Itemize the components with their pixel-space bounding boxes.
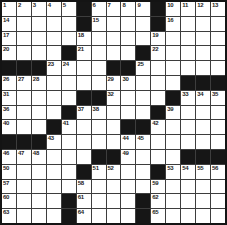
cell-r13c9[interactable] <box>121 180 135 194</box>
clue-number: 23 <box>48 61 54 68</box>
clue-number: 47 <box>18 150 24 157</box>
cell-r14c11[interactable]: 62 <box>151 194 165 208</box>
cell-r8c1[interactable]: 36 <box>2 106 16 120</box>
cell-r5c10[interactable]: 25 <box>136 61 150 75</box>
cell-r6c2[interactable]: 27 <box>17 76 31 90</box>
cell-r8c8[interactable] <box>107 106 121 120</box>
cell-r11c1[interactable]: 46 <box>2 150 16 164</box>
cell-r15c8[interactable] <box>107 209 121 223</box>
clue-number: 35 <box>212 91 218 98</box>
clue-number: 19 <box>152 32 158 39</box>
cell-r8c10[interactable] <box>136 106 150 120</box>
black-cell-r14c10 <box>136 194 150 208</box>
cell-r1c12[interactable]: 10 <box>166 2 180 16</box>
cell-r5c13[interactable] <box>181 61 195 75</box>
cell-r2c8[interactable] <box>107 17 121 31</box>
cell-r12c3[interactable] <box>32 165 46 179</box>
clue-number: 64 <box>78 209 84 216</box>
cell-r7c13[interactable]: 33 <box>181 91 195 105</box>
cell-r7c15[interactable]: 35 <box>211 91 225 105</box>
black-cell-r7c6 <box>77 91 91 105</box>
cell-r13c6[interactable]: 58 <box>77 180 91 194</box>
cell-r5c4[interactable]: 23 <box>47 61 61 75</box>
clue-number: 14 <box>3 17 9 24</box>
clue-number: 16 <box>167 17 173 24</box>
black-cell-r15c10 <box>136 209 150 223</box>
cell-r13c8[interactable] <box>107 180 121 194</box>
cell-r6c3[interactable]: 28 <box>32 76 46 90</box>
cell-r15c4[interactable] <box>47 209 61 223</box>
cell-r12c8[interactable]: 52 <box>107 165 121 179</box>
crossword-grid: 1234567891011121314151617181920212223242… <box>0 0 227 225</box>
clue-number: 11 <box>182 2 188 9</box>
cell-r4c15[interactable] <box>211 46 225 60</box>
cell-r7c9[interactable] <box>121 91 135 105</box>
black-cell-r15c5 <box>62 209 76 223</box>
cell-r15c7[interactable] <box>92 209 106 223</box>
cell-r4c4[interactable] <box>47 46 61 60</box>
cell-r11c3[interactable]: 48 <box>32 150 46 164</box>
cell-r13c7[interactable] <box>92 180 106 194</box>
black-cell-r5c8 <box>107 61 121 75</box>
cell-r7c3[interactable] <box>32 91 46 105</box>
cell-r2c1[interactable]: 14 <box>2 17 16 31</box>
cell-r1c1[interactable]: 1 <box>2 2 16 16</box>
cell-r5c11[interactable] <box>151 61 165 75</box>
cell-r2c7[interactable]: 15 <box>92 17 106 31</box>
cell-r12c7[interactable]: 51 <box>92 165 106 179</box>
cell-r11c6[interactable] <box>77 150 91 164</box>
cell-r10c5[interactable] <box>62 135 76 149</box>
cell-r8c13[interactable] <box>181 106 195 120</box>
cell-r4c2[interactable] <box>17 46 31 60</box>
black-cell-r6c15 <box>211 76 225 90</box>
clue-number: 2 <box>18 2 21 9</box>
cell-r12c5[interactable] <box>62 165 76 179</box>
clue-number: 18 <box>78 32 84 39</box>
cell-r14c9[interactable] <box>121 194 135 208</box>
black-cell-r10c2 <box>17 135 31 149</box>
cell-r13c4[interactable] <box>47 180 61 194</box>
clue-number: 22 <box>152 46 158 53</box>
clue-number: 63 <box>3 209 9 216</box>
cell-r15c15[interactable] <box>211 209 225 223</box>
cell-r11c5[interactable] <box>62 150 76 164</box>
cell-r13c10[interactable] <box>136 180 150 194</box>
clue-number: 58 <box>78 180 84 187</box>
cell-r2c4[interactable] <box>47 17 61 31</box>
cell-r11c10[interactable] <box>136 150 150 164</box>
cell-r9c5[interactable]: 41 <box>62 120 76 134</box>
clue-number: 15 <box>93 17 99 24</box>
cell-r8c12[interactable]: 39 <box>166 106 180 120</box>
cell-r15c1[interactable]: 63 <box>2 209 16 223</box>
cell-r9c3[interactable] <box>32 120 46 134</box>
clue-number: 6 <box>93 2 96 9</box>
cell-r6c6[interactable] <box>77 76 91 90</box>
cell-r7c14[interactable]: 34 <box>196 91 210 105</box>
cell-r14c1[interactable]: 60 <box>2 194 16 208</box>
cell-r12c2[interactable] <box>17 165 31 179</box>
cell-r15c2[interactable] <box>17 209 31 223</box>
black-cell-r2c6 <box>77 17 91 31</box>
cell-r4c12[interactable] <box>166 46 180 60</box>
cell-r11c2[interactable]: 47 <box>17 150 31 164</box>
clue-number: 65 <box>152 209 158 216</box>
clue-number: 39 <box>167 106 173 113</box>
black-cell-r4c5 <box>62 46 76 60</box>
clue-number: 60 <box>3 194 9 201</box>
clue-number: 43 <box>48 135 54 142</box>
cell-r14c14[interactable] <box>196 194 210 208</box>
clue-number: 1 <box>3 2 6 9</box>
black-cell-r1c11 <box>151 2 165 16</box>
cell-r10c7[interactable] <box>92 135 106 149</box>
cell-r6c11[interactable] <box>151 76 165 90</box>
cell-r8c2[interactable] <box>17 106 31 120</box>
cell-r1c14[interactable]: 12 <box>196 2 210 16</box>
clue-number: 33 <box>182 91 188 98</box>
cell-r1c5[interactable]: 5 <box>62 2 76 16</box>
clue-number: 40 <box>3 120 9 127</box>
cell-r2c2[interactable] <box>17 17 31 31</box>
cell-r1c7[interactable]: 6 <box>92 2 106 16</box>
cell-r10c14[interactable] <box>196 135 210 149</box>
cell-r6c12[interactable] <box>166 76 180 90</box>
clue-number: 30 <box>122 76 128 83</box>
black-cell-r5c3 <box>32 61 46 75</box>
cell-r9c14[interactable] <box>196 120 210 134</box>
cell-r1c9[interactable]: 8 <box>121 2 135 16</box>
clue-number: 28 <box>33 76 39 83</box>
clue-number: 24 <box>63 61 69 68</box>
clue-number: 54 <box>182 165 188 172</box>
cell-r6c4[interactable] <box>47 76 61 90</box>
clue-number: 26 <box>3 76 9 83</box>
cell-r6c1[interactable]: 26 <box>2 76 16 90</box>
black-cell-r5c1 <box>2 61 16 75</box>
cell-r1c15[interactable]: 13 <box>211 2 225 16</box>
cell-r14c7[interactable] <box>92 194 106 208</box>
cell-r7c5[interactable] <box>62 91 76 105</box>
cell-r3c14[interactable] <box>196 32 210 46</box>
cell-r4c11[interactable]: 22 <box>151 46 165 60</box>
cell-r12c12[interactable]: 53 <box>166 165 180 179</box>
cell-r3c6[interactable]: 18 <box>77 32 91 46</box>
cell-r3c1[interactable]: 17 <box>2 32 16 46</box>
cell-r2c5[interactable] <box>62 17 76 31</box>
cell-r3c4[interactable] <box>47 32 61 46</box>
cell-r1c10[interactable]: 9 <box>136 2 150 16</box>
cell-r13c15[interactable] <box>211 180 225 194</box>
clue-number: 36 <box>3 106 9 113</box>
cell-r3c2[interactable] <box>17 32 31 46</box>
cell-r11c11[interactable] <box>151 150 165 164</box>
cell-r10c8[interactable] <box>107 135 121 149</box>
cell-r5c6[interactable] <box>77 61 91 75</box>
cell-r13c14[interactable] <box>196 180 210 194</box>
cell-r8c14[interactable] <box>196 106 210 120</box>
cell-r8c6[interactable]: 37 <box>77 106 91 120</box>
cell-r9c15[interactable] <box>211 120 225 134</box>
cell-r8c9[interactable] <box>121 106 135 120</box>
clue-number: 21 <box>78 46 84 53</box>
cell-r10c12[interactable] <box>166 135 180 149</box>
clue-number: 59 <box>152 180 158 187</box>
black-cell-r2c11 <box>151 17 165 31</box>
cell-r12c15[interactable]: 56 <box>211 165 225 179</box>
cell-r15c9[interactable] <box>121 209 135 223</box>
cell-r3c5[interactable] <box>62 32 76 46</box>
cell-r11c4[interactable] <box>47 150 61 164</box>
clue-number: 5 <box>63 2 66 9</box>
cell-r1c8[interactable]: 7 <box>107 2 121 16</box>
clue-number: 53 <box>167 165 173 172</box>
cell-r13c2[interactable] <box>17 180 31 194</box>
clue-number: 34 <box>197 91 203 98</box>
cell-r14c8[interactable] <box>107 194 121 208</box>
cell-r15c14[interactable] <box>196 209 210 223</box>
clue-number: 62 <box>152 194 158 201</box>
black-cell-r1c6 <box>77 2 91 16</box>
clue-number: 27 <box>18 76 24 83</box>
clue-number: 7 <box>108 2 111 9</box>
clue-number: 25 <box>137 61 143 68</box>
cell-r3c15[interactable] <box>211 32 225 46</box>
cell-r6c8[interactable]: 29 <box>107 76 121 90</box>
cell-r9c12[interactable] <box>166 120 180 134</box>
clue-number: 12 <box>197 2 203 9</box>
black-cell-r12c6 <box>77 165 91 179</box>
cell-r1c13[interactable]: 11 <box>181 2 195 16</box>
cell-r13c3[interactable] <box>32 180 46 194</box>
cell-r7c1[interactable]: 31 <box>2 91 16 105</box>
cell-r13c5[interactable] <box>62 180 76 194</box>
clue-number: 37 <box>78 106 84 113</box>
cell-r4c13[interactable] <box>181 46 195 60</box>
cell-r14c13[interactable] <box>181 194 195 208</box>
cell-r2c12[interactable]: 16 <box>166 17 180 31</box>
cell-r2c10[interactable] <box>136 17 150 31</box>
cell-r15c6[interactable]: 64 <box>77 209 91 223</box>
cell-r14c3[interactable] <box>32 194 46 208</box>
cell-r8c15[interactable] <box>211 106 225 120</box>
cell-r3c13[interactable] <box>181 32 195 46</box>
cell-r12c9[interactable] <box>121 165 135 179</box>
cell-r4c1[interactable]: 20 <box>2 46 16 60</box>
cell-r3c8[interactable] <box>107 32 121 46</box>
cell-r12c10[interactable] <box>136 165 150 179</box>
cell-r3c9[interactable] <box>121 32 135 46</box>
clue-number: 56 <box>212 165 218 172</box>
cell-r10c10[interactable]: 45 <box>136 135 150 149</box>
cell-r13c11[interactable]: 59 <box>151 180 165 194</box>
clue-number: 31 <box>3 91 9 98</box>
clue-number: 29 <box>108 76 114 83</box>
cell-r10c6[interactable] <box>77 135 91 149</box>
clue-number: 8 <box>122 2 125 9</box>
cell-r8c4[interactable] <box>47 106 61 120</box>
clue-number: 55 <box>197 165 203 172</box>
cell-r4c9[interactable] <box>121 46 135 60</box>
cell-r2c13[interactable] <box>181 17 195 31</box>
cell-r2c14[interactable] <box>196 17 210 31</box>
clue-number: 9 <box>137 2 140 9</box>
cell-r10c9[interactable]: 44 <box>121 135 135 149</box>
clue-number: 4 <box>48 2 51 9</box>
black-cell-r11c7 <box>92 150 106 164</box>
cell-r5c12[interactable] <box>166 61 180 75</box>
cell-r8c3[interactable] <box>32 106 46 120</box>
black-cell-r6c13 <box>181 76 195 90</box>
cell-r8c7[interactable]: 38 <box>92 106 106 120</box>
cell-r1c3[interactable]: 3 <box>32 2 46 16</box>
cell-r5c15[interactable] <box>211 61 225 75</box>
cell-r6c10[interactable] <box>136 76 150 90</box>
cell-r15c13[interactable] <box>181 209 195 223</box>
clue-number: 45 <box>137 135 143 142</box>
cell-r12c14[interactable]: 55 <box>196 165 210 179</box>
clue-number: 20 <box>3 46 9 53</box>
black-cell-r9c10 <box>136 120 150 134</box>
black-cell-r11c14 <box>196 150 210 164</box>
clue-number: 42 <box>152 120 158 127</box>
black-cell-r11c13 <box>181 150 195 164</box>
clue-number: 52 <box>108 165 114 172</box>
cell-r9c13[interactable] <box>181 120 195 134</box>
cell-r4c8[interactable] <box>107 46 121 60</box>
clue-number: 13 <box>212 2 218 9</box>
cell-r6c7[interactable] <box>92 76 106 90</box>
cell-r4c6[interactable]: 21 <box>77 46 91 60</box>
cell-r7c10[interactable] <box>136 91 150 105</box>
cell-r2c15[interactable] <box>211 17 225 31</box>
black-cell-r6c14 <box>196 76 210 90</box>
clue-number: 32 <box>108 91 114 98</box>
cell-r11c9[interactable]: 49 <box>121 150 135 164</box>
cell-r7c8[interactable]: 32 <box>107 91 121 105</box>
clue-number: 57 <box>3 180 9 187</box>
cell-r9c2[interactable] <box>17 120 31 134</box>
cell-r10c15[interactable] <box>211 135 225 149</box>
cell-r4c3[interactable] <box>32 46 46 60</box>
clue-number: 50 <box>3 165 9 172</box>
cell-r7c2[interactable] <box>17 91 31 105</box>
cell-r5c5[interactable]: 24 <box>62 61 76 75</box>
cell-r14c6[interactable]: 61 <box>77 194 91 208</box>
cell-r6c9[interactable]: 30 <box>121 76 135 90</box>
cell-r14c12[interactable] <box>166 194 180 208</box>
cell-r9c7[interactable] <box>92 120 106 134</box>
cell-r11c12[interactable] <box>166 150 180 164</box>
cell-r14c4[interactable] <box>47 194 61 208</box>
cell-r15c3[interactable] <box>32 209 46 223</box>
black-cell-r7c12 <box>166 91 180 105</box>
cell-r9c8[interactable] <box>107 120 121 134</box>
cell-r13c13[interactable] <box>181 180 195 194</box>
cell-r10c4[interactable]: 43 <box>47 135 61 149</box>
clue-number: 41 <box>63 120 69 127</box>
cell-r2c3[interactable] <box>32 17 46 31</box>
cell-r15c12[interactable] <box>166 209 180 223</box>
clue-number: 44 <box>122 135 128 142</box>
cell-r10c13[interactable] <box>181 135 195 149</box>
black-cell-r14c5 <box>62 194 76 208</box>
cell-r4c14[interactable] <box>196 46 210 60</box>
black-cell-r8c11 <box>151 106 165 120</box>
cell-r14c2[interactable] <box>17 194 31 208</box>
cell-r3c10[interactable] <box>136 32 150 46</box>
black-cell-r4c10 <box>136 46 150 60</box>
black-cell-r8c5 <box>62 106 76 120</box>
cell-r13c1[interactable]: 57 <box>2 180 16 194</box>
clue-number: 61 <box>78 194 84 201</box>
cell-r15c11[interactable]: 65 <box>151 209 165 223</box>
clue-number: 51 <box>93 165 99 172</box>
clue-number: 49 <box>122 150 128 157</box>
cell-r12c1[interactable]: 50 <box>2 165 16 179</box>
clue-number: 38 <box>93 106 99 113</box>
cell-r3c12[interactable] <box>166 32 180 46</box>
cell-r9c11[interactable]: 42 <box>151 120 165 134</box>
clue-number: 17 <box>3 32 9 39</box>
cell-r7c11[interactable] <box>151 91 165 105</box>
cell-r1c4[interactable]: 4 <box>47 2 61 16</box>
cell-r6c5[interactable] <box>62 76 76 90</box>
black-cell-r7c7 <box>92 91 106 105</box>
cell-r3c11[interactable]: 19 <box>151 32 165 46</box>
black-cell-r9c4 <box>47 120 61 134</box>
cell-r14c15[interactable] <box>211 194 225 208</box>
black-cell-r10c3 <box>32 135 46 149</box>
black-cell-r12c11 <box>151 165 165 179</box>
black-cell-r11c8 <box>107 150 121 164</box>
clue-number: 46 <box>3 150 9 157</box>
cell-r5c14[interactable] <box>196 61 210 75</box>
cell-r5c7[interactable] <box>92 61 106 75</box>
cell-r10c11[interactable] <box>151 135 165 149</box>
cell-r4c7[interactable] <box>92 46 106 60</box>
cell-r2c9[interactable] <box>121 17 135 31</box>
black-cell-r5c2 <box>17 61 31 75</box>
cell-r12c13[interactable]: 54 <box>181 165 195 179</box>
cell-r7c4[interactable] <box>47 91 61 105</box>
black-cell-r5c9 <box>121 61 135 75</box>
cell-r9c1[interactable]: 40 <box>2 120 16 134</box>
black-cell-r9c9 <box>121 120 135 134</box>
cell-r9c6[interactable] <box>77 120 91 134</box>
cell-r1c2[interactable]: 2 <box>17 2 31 16</box>
clue-number: 48 <box>33 150 39 157</box>
clue-number: 10 <box>167 2 173 9</box>
cell-r13c12[interactable] <box>166 180 180 194</box>
cell-r3c7[interactable] <box>92 32 106 46</box>
cell-r3c3[interactable] <box>32 32 46 46</box>
black-cell-r11c15 <box>211 150 225 164</box>
cell-r12c4[interactable] <box>47 165 61 179</box>
black-cell-r10c1 <box>2 135 16 149</box>
clue-number: 3 <box>33 2 36 9</box>
